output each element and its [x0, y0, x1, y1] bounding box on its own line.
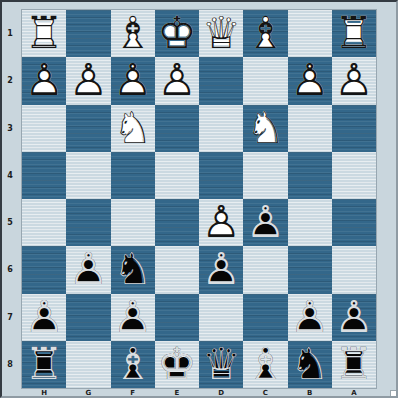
square-e3[interactable] — [155, 105, 199, 152]
piece-white-rook[interactable]: ♜♖ — [332, 10, 376, 57]
rank-label-3: 3 — [4, 105, 16, 152]
square-h7[interactable]: ♟♙ — [22, 294, 66, 341]
piece-glyph-outline: ♙ — [288, 294, 332, 341]
square-f1[interactable]: ♝♗ — [111, 10, 155, 57]
piece-white-pawn[interactable]: ♟♙ — [155, 57, 199, 104]
square-e8[interactable]: ♚♔ — [155, 341, 199, 388]
piece-white-pawn[interactable]: ♟♙ — [199, 199, 243, 246]
piece-white-pawn[interactable]: ♟♙ — [288, 57, 332, 104]
piece-glyph-outline: ♙ — [288, 57, 332, 104]
piece-white-pawn[interactable]: ♟♙ — [22, 57, 66, 104]
piece-glyph-outline: ♙ — [111, 294, 155, 341]
rank-label-1: 1 — [4, 10, 16, 57]
piece-glyph-outline: ♕ — [199, 10, 243, 57]
square-d7[interactable] — [199, 294, 243, 341]
square-g3[interactable] — [66, 105, 110, 152]
rank-label-8: 8 — [4, 341, 16, 388]
square-b8[interactable]: ♞♘ — [288, 341, 332, 388]
rank-label-2: 2 — [4, 57, 16, 104]
square-a1[interactable]: ♜♖ — [332, 10, 376, 57]
piece-white-rook[interactable]: ♜♖ — [22, 10, 66, 57]
square-c7[interactable] — [243, 294, 287, 341]
piece-black-king[interactable]: ♚♔ — [155, 341, 199, 388]
square-b1[interactable] — [288, 10, 332, 57]
square-d1[interactable]: ♛♕ — [199, 10, 243, 57]
file-label-h: H — [22, 388, 66, 397]
square-g7[interactable] — [66, 294, 110, 341]
square-c2[interactable] — [243, 57, 287, 104]
square-e5[interactable] — [155, 199, 199, 246]
piece-glyph-outline: ♙ — [199, 199, 243, 246]
square-h1[interactable]: ♜♖ — [22, 10, 66, 57]
piece-glyph-outline: ♖ — [22, 10, 66, 57]
piece-glyph-outline: ♙ — [66, 57, 110, 104]
rank-label-4: 4 — [4, 152, 16, 199]
square-a7[interactable]: ♟♙ — [332, 294, 376, 341]
piece-glyph-outline: ♗ — [243, 341, 287, 388]
file-label-f: F — [111, 388, 155, 397]
rank-label-7: 7 — [4, 294, 16, 341]
square-h6[interactable] — [22, 246, 66, 293]
square-e1[interactable]: ♚♔ — [155, 10, 199, 57]
square-d5[interactable]: ♟♙ — [199, 199, 243, 246]
square-a6[interactable] — [332, 246, 376, 293]
piece-glyph-outline: ♙ — [332, 294, 376, 341]
piece-glyph-outline: ♙ — [111, 57, 155, 104]
square-f3[interactable]: ♞♘ — [111, 105, 155, 152]
square-b3[interactable] — [288, 105, 332, 152]
square-d2[interactable] — [199, 57, 243, 104]
piece-black-pawn[interactable]: ♟♙ — [111, 294, 155, 341]
file-label-g: G — [66, 388, 110, 397]
piece-black-bishop[interactable]: ♝♗ — [111, 341, 155, 388]
piece-glyph-outline: ♖ — [332, 341, 376, 388]
piece-black-bishop[interactable]: ♝♗ — [243, 341, 287, 388]
square-g8[interactable] — [66, 341, 110, 388]
square-f5[interactable] — [111, 199, 155, 246]
square-f6[interactable]: ♞♘ — [111, 246, 155, 293]
piece-white-knight[interactable]: ♞♘ — [111, 105, 155, 152]
piece-glyph-outline: ♖ — [22, 341, 66, 388]
piece-black-rook[interactable]: ♜♖ — [332, 341, 376, 388]
square-g6[interactable]: ♟♙ — [66, 246, 110, 293]
square-c1[interactable]: ♝♗ — [243, 10, 287, 57]
square-b5[interactable] — [288, 199, 332, 246]
piece-glyph-outline: ♙ — [332, 57, 376, 104]
square-h3[interactable] — [22, 105, 66, 152]
square-a8[interactable]: ♜♖ — [332, 341, 376, 388]
piece-black-pawn[interactable]: ♟♙ — [66, 246, 110, 293]
piece-glyph-outline: ♘ — [111, 105, 155, 152]
piece-glyph-outline: ♙ — [243, 199, 287, 246]
piece-black-pawn[interactable]: ♟♙ — [199, 246, 243, 293]
square-a3[interactable] — [332, 105, 376, 152]
square-b4[interactable] — [288, 152, 332, 199]
square-h8[interactable]: ♜♖ — [22, 341, 66, 388]
piece-white-pawn[interactable]: ♟♙ — [111, 57, 155, 104]
square-g5[interactable] — [66, 199, 110, 246]
piece-glyph-outline: ♙ — [22, 294, 66, 341]
piece-black-queen[interactable]: ♛♕ — [199, 341, 243, 388]
piece-white-bishop[interactable]: ♝♗ — [111, 10, 155, 57]
file-label-a: A — [332, 388, 376, 397]
piece-glyph-outline: ♗ — [243, 10, 287, 57]
square-d4[interactable] — [199, 152, 243, 199]
square-f8[interactable]: ♝♗ — [111, 341, 155, 388]
resize-grip-icon[interactable] — [390, 390, 396, 396]
square-a5[interactable] — [332, 199, 376, 246]
chess-board: ♜♖♝♗♚♔♛♕♝♗♜♖♟♙♟♙♟♙♟♙♟♙♟♙♞♘♞♘♟♙♟♙♟♙♞♘♟♙♟♙… — [22, 10, 376, 388]
square-c3[interactable]: ♞♘ — [243, 105, 287, 152]
square-h2[interactable]: ♟♙ — [22, 57, 66, 104]
square-f2[interactable]: ♟♙ — [111, 57, 155, 104]
file-label-b: B — [288, 388, 332, 397]
piece-black-rook[interactable]: ♜♖ — [22, 341, 66, 388]
file-label-c: C — [243, 388, 287, 397]
square-g4[interactable] — [66, 152, 110, 199]
square-h4[interactable] — [22, 152, 66, 199]
board-frame: ♜♖♝♗♚♔♛♕♝♗♜♖♟♙♟♙♟♙♟♙♟♙♟♙♞♘♞♘♟♙♟♙♟♙♞♘♟♙♟♙… — [0, 0, 398, 398]
file-label-d: D — [199, 388, 243, 397]
square-c8[interactable]: ♝♗ — [243, 341, 287, 388]
square-f4[interactable] — [111, 152, 155, 199]
piece-black-pawn[interactable]: ♟♙ — [332, 294, 376, 341]
piece-glyph-outline: ♘ — [243, 105, 287, 152]
square-b2[interactable]: ♟♙ — [288, 57, 332, 104]
rank-label-6: 6 — [4, 246, 16, 293]
square-f7[interactable]: ♟♙ — [111, 294, 155, 341]
piece-glyph-outline: ♔ — [155, 10, 199, 57]
square-c4[interactable] — [243, 152, 287, 199]
square-b6[interactable] — [288, 246, 332, 293]
square-a4[interactable] — [332, 152, 376, 199]
piece-glyph-outline: ♙ — [155, 57, 199, 104]
square-e6[interactable] — [155, 246, 199, 293]
piece-glyph-outline: ♙ — [22, 57, 66, 104]
square-c6[interactable] — [243, 246, 287, 293]
rank-label-5: 5 — [4, 199, 16, 246]
piece-white-king[interactable]: ♚♔ — [155, 10, 199, 57]
piece-white-pawn[interactable]: ♟♙ — [66, 57, 110, 104]
square-c5[interactable]: ♟♙ — [243, 199, 287, 246]
square-d8[interactable]: ♛♕ — [199, 341, 243, 388]
piece-black-knight[interactable]: ♞♘ — [288, 341, 332, 388]
piece-white-bishop[interactable]: ♝♗ — [243, 10, 287, 57]
square-g1[interactable] — [66, 10, 110, 57]
piece-glyph-outline: ♗ — [111, 341, 155, 388]
square-h5[interactable] — [22, 199, 66, 246]
square-g2[interactable]: ♟♙ — [66, 57, 110, 104]
piece-glyph-outline: ♔ — [155, 341, 199, 388]
piece-glyph-outline: ♘ — [111, 246, 155, 293]
piece-black-pawn[interactable]: ♟♙ — [288, 294, 332, 341]
piece-black-pawn[interactable]: ♟♙ — [22, 294, 66, 341]
piece-glyph-outline: ♙ — [199, 246, 243, 293]
piece-glyph-outline: ♙ — [66, 246, 110, 293]
piece-white-knight[interactable]: ♞♘ — [243, 105, 287, 152]
square-e2[interactable]: ♟♙ — [155, 57, 199, 104]
square-e7[interactable] — [155, 294, 199, 341]
piece-white-queen[interactable]: ♛♕ — [199, 10, 243, 57]
square-e4[interactable] — [155, 152, 199, 199]
square-b7[interactable]: ♟♙ — [288, 294, 332, 341]
piece-glyph-outline: ♗ — [111, 10, 155, 57]
piece-white-pawn[interactable]: ♟♙ — [332, 57, 376, 104]
piece-glyph-outline: ♘ — [288, 341, 332, 388]
file-label-e: E — [155, 388, 199, 397]
piece-black-pawn[interactable]: ♟♙ — [243, 199, 287, 246]
piece-glyph-outline: ♕ — [199, 341, 243, 388]
square-d3[interactable] — [199, 105, 243, 152]
square-d6[interactable]: ♟♙ — [199, 246, 243, 293]
piece-glyph-outline: ♖ — [332, 10, 376, 57]
piece-black-knight[interactable]: ♞♘ — [111, 246, 155, 293]
square-a2[interactable]: ♟♙ — [332, 57, 376, 104]
